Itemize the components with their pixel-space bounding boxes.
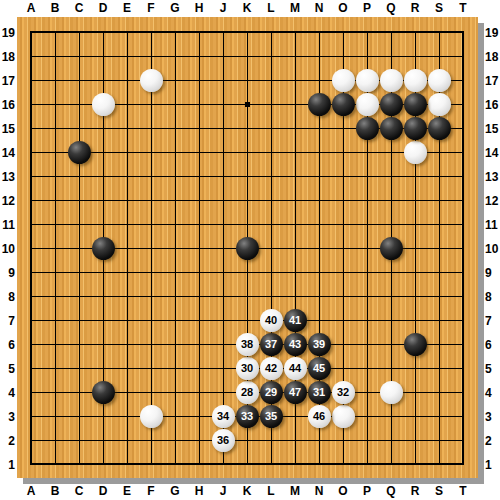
grid-line-horizontal: [31, 296, 463, 297]
coord-label-left-10: 10: [0, 242, 15, 256]
stone-D4[interactable]: [92, 381, 115, 404]
stone-R16[interactable]: [404, 93, 427, 116]
coord-label-top-G: G: [166, 1, 184, 15]
coord-label-top-D: D: [94, 1, 112, 15]
stone-S15[interactable]: [428, 117, 451, 140]
coord-label-left-11: 11: [0, 218, 15, 232]
coord-label-top-S: S: [430, 1, 448, 15]
coord-label-right-11: 11: [485, 218, 500, 232]
coord-label-right-18: 18: [485, 50, 500, 64]
stone-K3[interactable]: 33: [236, 405, 259, 428]
coord-label-right-7: 7: [485, 314, 500, 328]
coord-label-bottom-E: E: [118, 484, 136, 498]
stone-P16[interactable]: [356, 93, 379, 116]
coord-label-right-17: 17: [485, 74, 500, 88]
stone-C14[interactable]: [68, 141, 91, 164]
coord-label-bottom-F: F: [142, 484, 160, 498]
stone-Q15[interactable]: [380, 117, 403, 140]
stone-Q10[interactable]: [380, 237, 403, 260]
move-number: 28: [241, 387, 253, 398]
coord-label-left-4: 4: [0, 386, 15, 400]
coord-label-left-7: 7: [0, 314, 15, 328]
stone-O3[interactable]: [332, 405, 355, 428]
coord-label-bottom-T: T: [454, 484, 472, 498]
coord-label-top-M: M: [286, 1, 304, 15]
coord-label-top-R: R: [406, 1, 424, 15]
coord-label-left-8: 8: [0, 290, 15, 304]
move-number: 43: [289, 339, 301, 350]
stone-L7[interactable]: 40: [260, 309, 283, 332]
stone-L5[interactable]: 42: [260, 357, 283, 380]
stone-L4[interactable]: 29: [260, 381, 283, 404]
stone-F3[interactable]: [140, 405, 163, 428]
coord-label-right-8: 8: [485, 290, 500, 304]
move-number: 30: [241, 363, 253, 374]
move-number: 40: [265, 315, 277, 326]
stone-K10[interactable]: [236, 237, 259, 260]
coord-label-top-B: B: [46, 1, 64, 15]
grid-line-horizontal: [31, 272, 463, 273]
coord-label-left-13: 13: [0, 170, 15, 184]
stone-O4[interactable]: 32: [332, 381, 355, 404]
coord-label-top-K: K: [238, 1, 256, 15]
stone-K6[interactable]: 38: [236, 333, 259, 356]
coord-label-right-16: 16: [485, 98, 500, 112]
coord-label-left-2: 2: [0, 434, 15, 448]
stone-R6[interactable]: [404, 333, 427, 356]
coord-label-right-14: 14: [485, 146, 500, 160]
coord-label-left-9: 9: [0, 266, 15, 280]
stone-F17[interactable]: [140, 69, 163, 92]
stone-N6[interactable]: 39: [308, 333, 331, 356]
coord-label-top-N: N: [310, 1, 328, 15]
coord-label-bottom-M: M: [286, 484, 304, 498]
coord-label-top-C: C: [70, 1, 88, 15]
coord-label-bottom-O: O: [334, 484, 352, 498]
grid-line-horizontal: [31, 440, 463, 441]
coord-label-left-16: 16: [0, 98, 15, 112]
stone-S17[interactable]: [428, 69, 451, 92]
move-number: 46: [313, 411, 325, 422]
stone-Q17[interactable]: [380, 69, 403, 92]
coord-label-bottom-K: K: [238, 484, 256, 498]
move-number: 38: [241, 339, 253, 350]
star-point-K16: [245, 102, 250, 107]
coord-label-bottom-R: R: [406, 484, 424, 498]
stone-J2[interactable]: 36: [212, 429, 235, 452]
coord-label-left-15: 15: [0, 122, 15, 136]
stone-Q4[interactable]: [380, 381, 403, 404]
stone-R15[interactable]: [404, 117, 427, 140]
coord-label-right-3: 3: [485, 410, 500, 424]
coord-label-right-10: 10: [485, 242, 500, 256]
stone-Q16[interactable]: [380, 93, 403, 116]
coord-label-right-6: 6: [485, 338, 500, 352]
coord-label-left-5: 5: [0, 362, 15, 376]
stone-N5[interactable]: 45: [308, 357, 331, 380]
coord-label-left-18: 18: [0, 50, 15, 64]
coord-label-top-T: T: [454, 1, 472, 15]
move-number: 42: [265, 363, 277, 374]
stone-R17[interactable]: [404, 69, 427, 92]
coord-label-left-1: 1: [0, 458, 15, 472]
coord-label-bottom-L: L: [262, 484, 280, 498]
coord-label-right-13: 13: [485, 170, 500, 184]
coord-label-right-2: 2: [485, 434, 500, 448]
go-board-diagram: 2829303132333435363738394041424344454647…: [0, 0, 500, 500]
coord-label-top-L: L: [262, 1, 280, 15]
coord-label-left-17: 17: [0, 74, 15, 88]
stone-J3[interactable]: 34: [212, 405, 235, 428]
coord-label-top-E: E: [118, 1, 136, 15]
coord-label-left-12: 12: [0, 194, 15, 208]
stone-K4[interactable]: 28: [236, 381, 259, 404]
coord-label-right-1: 1: [485, 458, 500, 472]
move-number: 37: [265, 339, 277, 350]
coord-label-left-19: 19: [0, 26, 15, 40]
coord-label-top-O: O: [334, 1, 352, 15]
stone-N4[interactable]: 31: [308, 381, 331, 404]
coord-label-bottom-B: B: [46, 484, 64, 498]
move-number: 47: [289, 387, 301, 398]
coord-label-top-J: J: [214, 1, 232, 15]
move-number: 31: [313, 387, 325, 398]
stone-M4[interactable]: 47: [284, 381, 307, 404]
move-number: 41: [289, 315, 301, 326]
move-number: 39: [313, 339, 325, 350]
stone-D16[interactable]: [92, 93, 115, 116]
stone-M6[interactable]: 43: [284, 333, 307, 356]
coord-label-left-14: 14: [0, 146, 15, 160]
coord-label-bottom-D: D: [94, 484, 112, 498]
stone-P17[interactable]: [356, 69, 379, 92]
stone-P15[interactable]: [356, 117, 379, 140]
move-number: 44: [289, 363, 301, 374]
coord-label-right-9: 9: [485, 266, 500, 280]
stone-L3[interactable]: 35: [260, 405, 283, 428]
coord-label-top-Q: Q: [382, 1, 400, 15]
stone-O17[interactable]: [332, 69, 355, 92]
stone-N3[interactable]: 46: [308, 405, 331, 428]
coord-label-right-15: 15: [485, 122, 500, 136]
coord-label-bottom-Q: Q: [382, 484, 400, 498]
coord-label-right-4: 4: [485, 386, 500, 400]
move-number: 29: [265, 387, 277, 398]
coord-label-right-12: 12: [485, 194, 500, 208]
coord-label-top-P: P: [358, 1, 376, 15]
grid-line-horizontal: [31, 320, 463, 321]
move-number: 45: [313, 363, 325, 374]
coord-label-top-A: A: [22, 1, 40, 15]
stone-O16[interactable]: [332, 93, 355, 116]
move-number: 33: [241, 411, 253, 422]
stone-S16[interactable]: [428, 93, 451, 116]
stone-K5[interactable]: 30: [236, 357, 259, 380]
coord-label-bottom-N: N: [310, 484, 328, 498]
stone-N16[interactable]: [308, 93, 331, 116]
stone-D10[interactable]: [92, 237, 115, 260]
stone-L6[interactable]: 37: [260, 333, 283, 356]
coord-label-bottom-S: S: [430, 484, 448, 498]
coord-label-bottom-H: H: [190, 484, 208, 498]
coord-label-top-F: F: [142, 1, 160, 15]
move-number: 32: [337, 387, 349, 398]
coord-label-top-H: H: [190, 1, 208, 15]
coord-label-left-3: 3: [0, 410, 15, 424]
coord-label-bottom-A: A: [22, 484, 40, 498]
coord-label-bottom-P: P: [358, 484, 376, 498]
stone-M5[interactable]: 44: [284, 357, 307, 380]
move-number: 34: [217, 411, 229, 422]
stone-R14[interactable]: [404, 141, 427, 164]
coord-label-left-6: 6: [0, 338, 15, 352]
coord-label-right-19: 19: [485, 26, 500, 40]
stone-M7[interactable]: 41: [284, 309, 307, 332]
coord-label-bottom-C: C: [70, 484, 88, 498]
move-number: 36: [217, 435, 229, 446]
coord-label-right-5: 5: [485, 362, 500, 376]
coord-label-bottom-J: J: [214, 484, 232, 498]
move-number: 35: [265, 411, 277, 422]
coord-label-bottom-G: G: [166, 484, 184, 498]
